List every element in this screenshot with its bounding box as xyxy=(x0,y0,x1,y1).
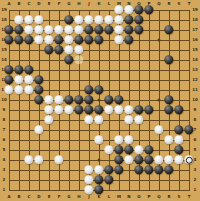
stone-white-N4[interactable] xyxy=(124,155,133,164)
row-label: 1 xyxy=(194,188,197,192)
column-label: S xyxy=(178,2,181,6)
column-label: R xyxy=(167,195,170,199)
stone-black-N16[interactable] xyxy=(124,35,133,44)
stone-white-B12[interactable] xyxy=(14,75,23,84)
stone-black-C16[interactable] xyxy=(24,35,33,44)
row-label: 4 xyxy=(194,158,197,162)
stone-black-J10[interactable] xyxy=(84,95,93,104)
column-label: K xyxy=(97,195,100,199)
column-label: A xyxy=(7,2,10,6)
stone-white-B11[interactable] xyxy=(14,85,23,94)
stone-black-M4[interactable] xyxy=(114,155,123,164)
stone-white-J3[interactable] xyxy=(84,165,93,174)
stone-black-M10[interactable] xyxy=(114,95,123,104)
stone-black-B16[interactable] xyxy=(14,35,23,44)
stone-black-G18[interactable] xyxy=(64,15,73,24)
row-label: 3 xyxy=(3,168,6,172)
stone-white-K3[interactable] xyxy=(94,165,103,174)
stone-white-D4[interactable] xyxy=(34,155,43,164)
stone-white-M18[interactable] xyxy=(114,15,123,24)
column-label: L xyxy=(108,195,111,199)
stone-white-G17[interactable] xyxy=(64,25,73,34)
row-label: 2 xyxy=(3,178,6,182)
stone-white-D18[interactable] xyxy=(34,15,43,24)
row-label: 1 xyxy=(3,188,6,192)
column-label: C xyxy=(28,2,31,6)
stone-white-E17[interactable] xyxy=(44,25,53,34)
stone-white-M6[interactable] xyxy=(114,135,123,144)
stone-black-K17[interactable] xyxy=(94,25,103,34)
row-label: 9 xyxy=(194,108,197,112)
column-label: T xyxy=(188,2,191,6)
stone-white-S4[interactable] xyxy=(174,155,183,164)
stone-black-Q3[interactable] xyxy=(154,165,163,174)
stone-white-E9[interactable] xyxy=(44,105,53,114)
stone-black-S5[interactable] xyxy=(174,145,183,154)
stone-black-O3[interactable] xyxy=(134,165,143,174)
stone-black-B17[interactable] xyxy=(14,25,23,34)
stone-white-D16[interactable] xyxy=(34,35,43,44)
stone-white-J1[interactable] xyxy=(84,185,93,194)
row-label: 8 xyxy=(3,118,6,122)
stone-white-H18[interactable] xyxy=(74,15,83,24)
column-label: E xyxy=(48,2,51,6)
row-label: 9 xyxy=(3,108,6,112)
stone-black-N5[interactable] xyxy=(124,145,133,154)
stone-white-H17[interactable] xyxy=(74,25,83,34)
column-label: F xyxy=(58,195,61,199)
stone-black-H10[interactable] xyxy=(74,95,83,104)
stone-black-O9[interactable] xyxy=(134,105,143,114)
row-label: 14 xyxy=(192,58,198,62)
stone-black-K11[interactable] xyxy=(94,85,103,94)
row-label: 10 xyxy=(192,98,198,102)
go-board[interactable]: AA1919BB1818CC1717DD1616EE1515FF1414GG13… xyxy=(0,0,200,201)
column-label: J xyxy=(88,195,90,199)
stone-white-N6[interactable] xyxy=(124,135,133,144)
column-label: D xyxy=(37,195,40,199)
stone-white-N9[interactable] xyxy=(124,105,133,114)
stone-white-J8[interactable] xyxy=(84,115,93,124)
stone-black-K1[interactable] xyxy=(94,185,103,194)
stone-white-O5[interactable] xyxy=(134,145,143,154)
column-label: P xyxy=(148,195,151,199)
row-label: 6 xyxy=(194,138,197,142)
stone-black-D12[interactable] xyxy=(34,75,43,84)
stone-black-R14[interactable] xyxy=(164,55,173,64)
stone-black-P19[interactable] xyxy=(144,5,153,14)
stone-white-L5[interactable] xyxy=(104,145,113,154)
stone-black-R3[interactable] xyxy=(164,165,173,174)
stone-white-T4[interactable] xyxy=(184,155,193,164)
stone-white-R4[interactable] xyxy=(164,155,173,164)
column-label: N xyxy=(127,195,130,199)
stone-white-M17[interactable] xyxy=(114,25,123,34)
stone-white-K18[interactable] xyxy=(94,15,103,24)
stone-black-P4[interactable] xyxy=(144,155,153,164)
star-point xyxy=(158,39,161,42)
column-label: Q xyxy=(157,195,160,199)
stone-black-N18[interactable] xyxy=(124,15,133,24)
stone-black-R9[interactable] xyxy=(164,105,173,114)
stone-white-J2[interactable] xyxy=(84,175,93,184)
stone-white-D17[interactable] xyxy=(34,25,43,34)
stone-black-K16[interactable] xyxy=(94,35,103,44)
stone-white-Q4[interactable] xyxy=(154,155,163,164)
row-label: 5 xyxy=(194,148,197,152)
row-label: 6 xyxy=(3,138,6,142)
stone-black-P5[interactable] xyxy=(144,145,153,154)
column-label: E xyxy=(48,195,51,199)
stone-black-O17[interactable] xyxy=(134,25,143,34)
row-label: 11 xyxy=(192,88,198,92)
stone-black-O19[interactable] xyxy=(134,5,143,14)
stone-white-F10[interactable] xyxy=(54,95,63,104)
stone-black-M3[interactable] xyxy=(114,165,123,174)
star-point xyxy=(98,99,101,102)
column-label: A xyxy=(7,195,10,199)
column-label: H xyxy=(77,2,80,6)
row-label: 12 xyxy=(192,78,198,82)
column-label: S xyxy=(178,195,181,199)
stone-white-N8[interactable] xyxy=(124,115,133,124)
row-label: 3 xyxy=(194,168,197,172)
column-label: R xyxy=(167,2,170,6)
stone-black-D10[interactable] xyxy=(34,95,43,104)
stone-black-S7[interactable] xyxy=(174,125,183,134)
row-label: 7 xyxy=(3,128,6,132)
stone-white-H15[interactable] xyxy=(74,45,83,54)
row-label: 14 xyxy=(1,58,7,62)
row-label: 16 xyxy=(192,38,198,42)
stone-black-O4[interactable] xyxy=(134,155,143,164)
stone-black-A13[interactable] xyxy=(4,65,13,74)
stone-white-C17[interactable] xyxy=(24,25,33,34)
row-label: 8 xyxy=(194,118,197,122)
stone-white-Q7[interactable] xyxy=(154,125,163,134)
row-label: 17 xyxy=(192,28,198,32)
stone-black-H16[interactable] xyxy=(74,35,83,44)
ghost-stone xyxy=(74,55,83,64)
stone-white-M9[interactable] xyxy=(114,105,123,114)
stone-black-N17[interactable] xyxy=(124,25,133,34)
column-label: H xyxy=(77,195,80,199)
row-label: 19 xyxy=(1,8,7,12)
row-label: 4 xyxy=(3,158,6,162)
stone-black-R10[interactable] xyxy=(164,95,173,104)
stone-white-K8[interactable] xyxy=(94,115,103,124)
stone-white-E10[interactable] xyxy=(44,95,53,104)
stone-black-M5[interactable] xyxy=(114,145,123,154)
column-label: L xyxy=(108,2,111,6)
stone-white-S6[interactable] xyxy=(174,135,183,144)
stone-white-F4[interactable] xyxy=(54,155,63,164)
stone-white-M16[interactable] xyxy=(114,35,123,44)
column-label: B xyxy=(17,195,20,199)
stone-black-L2[interactable] xyxy=(104,175,113,184)
row-label: 5 xyxy=(3,148,6,152)
stone-black-L10[interactable] xyxy=(104,95,113,104)
stone-white-C18[interactable] xyxy=(24,15,33,24)
column-label: D xyxy=(37,2,40,6)
column-label: O xyxy=(137,195,140,199)
column-label: C xyxy=(28,195,31,199)
stone-black-J16[interactable] xyxy=(84,35,93,44)
stone-black-K2[interactable] xyxy=(94,175,103,184)
row-label: 15 xyxy=(1,48,7,52)
stone-black-A17[interactable] xyxy=(4,25,13,34)
column-label: G xyxy=(67,2,70,6)
column-label: F xyxy=(58,2,61,6)
stone-white-F9[interactable] xyxy=(54,105,63,114)
stone-black-C13[interactable] xyxy=(24,65,33,74)
stone-black-H9[interactable] xyxy=(74,105,83,114)
stone-white-K6[interactable] xyxy=(94,135,103,144)
stone-white-C4[interactable] xyxy=(24,155,33,164)
last-move-marker xyxy=(185,156,192,163)
row-label: 2 xyxy=(194,178,197,182)
stone-white-D7[interactable] xyxy=(34,125,43,134)
column-label: Q xyxy=(157,2,160,6)
stone-white-J18[interactable] xyxy=(84,15,93,24)
stone-black-F15[interactable] xyxy=(54,45,63,54)
stone-black-L17[interactable] xyxy=(104,25,113,34)
stone-black-D11[interactable] xyxy=(34,85,43,94)
row-label: 10 xyxy=(1,98,7,102)
stone-white-N19[interactable] xyxy=(124,5,133,14)
stone-white-L18[interactable] xyxy=(104,15,113,24)
row-label: 13 xyxy=(192,68,198,72)
row-label: 18 xyxy=(192,18,198,22)
stone-black-J9[interactable] xyxy=(84,105,93,114)
stone-white-M19[interactable] xyxy=(114,5,123,14)
star-point xyxy=(158,99,161,102)
stone-white-O8[interactable] xyxy=(134,115,143,124)
stone-black-J11[interactable] xyxy=(84,85,93,94)
row-label: 7 xyxy=(194,128,197,132)
stone-white-E8[interactable] xyxy=(44,115,53,124)
stone-white-R6[interactable] xyxy=(164,135,173,144)
row-label: 19 xyxy=(192,8,198,12)
stone-black-E15[interactable] xyxy=(44,45,53,54)
row-label: 18 xyxy=(1,18,7,22)
stone-black-G10[interactable] xyxy=(64,95,73,104)
column-label: B xyxy=(17,2,20,6)
stone-black-K9[interactable] xyxy=(94,105,103,114)
column-label: G xyxy=(67,195,70,199)
stone-black-A16[interactable] xyxy=(4,35,13,44)
stone-white-F17[interactable] xyxy=(54,25,63,34)
stone-white-G16[interactable] xyxy=(64,35,73,44)
stone-black-S9[interactable] xyxy=(174,105,183,114)
stone-black-O18[interactable] xyxy=(134,15,143,24)
stone-black-F16[interactable] xyxy=(54,35,63,44)
column-label: T xyxy=(188,195,191,199)
stone-white-C12[interactable] xyxy=(24,75,33,84)
stone-white-E16[interactable] xyxy=(44,35,53,44)
stone-black-B13[interactable] xyxy=(14,65,23,74)
column-label: J xyxy=(88,2,90,6)
stone-black-J17[interactable] xyxy=(84,25,93,34)
stone-black-P3[interactable] xyxy=(144,165,153,174)
stone-black-G14[interactable] xyxy=(64,55,73,64)
stone-black-P9[interactable] xyxy=(144,105,153,114)
stone-black-L3[interactable] xyxy=(104,165,113,174)
stone-white-G15[interactable] xyxy=(64,45,73,54)
stone-white-G9[interactable] xyxy=(64,105,73,114)
column-label: M xyxy=(117,195,121,199)
grid-line-horizontal xyxy=(9,150,190,151)
star-point xyxy=(98,159,101,162)
column-label: K xyxy=(97,2,100,6)
stone-black-R17[interactable] xyxy=(164,25,173,34)
stone-black-T7[interactable] xyxy=(184,125,193,134)
stone-black-A12[interactable] xyxy=(4,75,13,84)
stone-white-B18[interactable] xyxy=(14,15,23,24)
stone-white-A11[interactable] xyxy=(4,85,13,94)
stone-white-C11[interactable] xyxy=(24,85,33,94)
stone-white-L9[interactable] xyxy=(104,105,113,114)
row-label: 15 xyxy=(192,48,198,52)
